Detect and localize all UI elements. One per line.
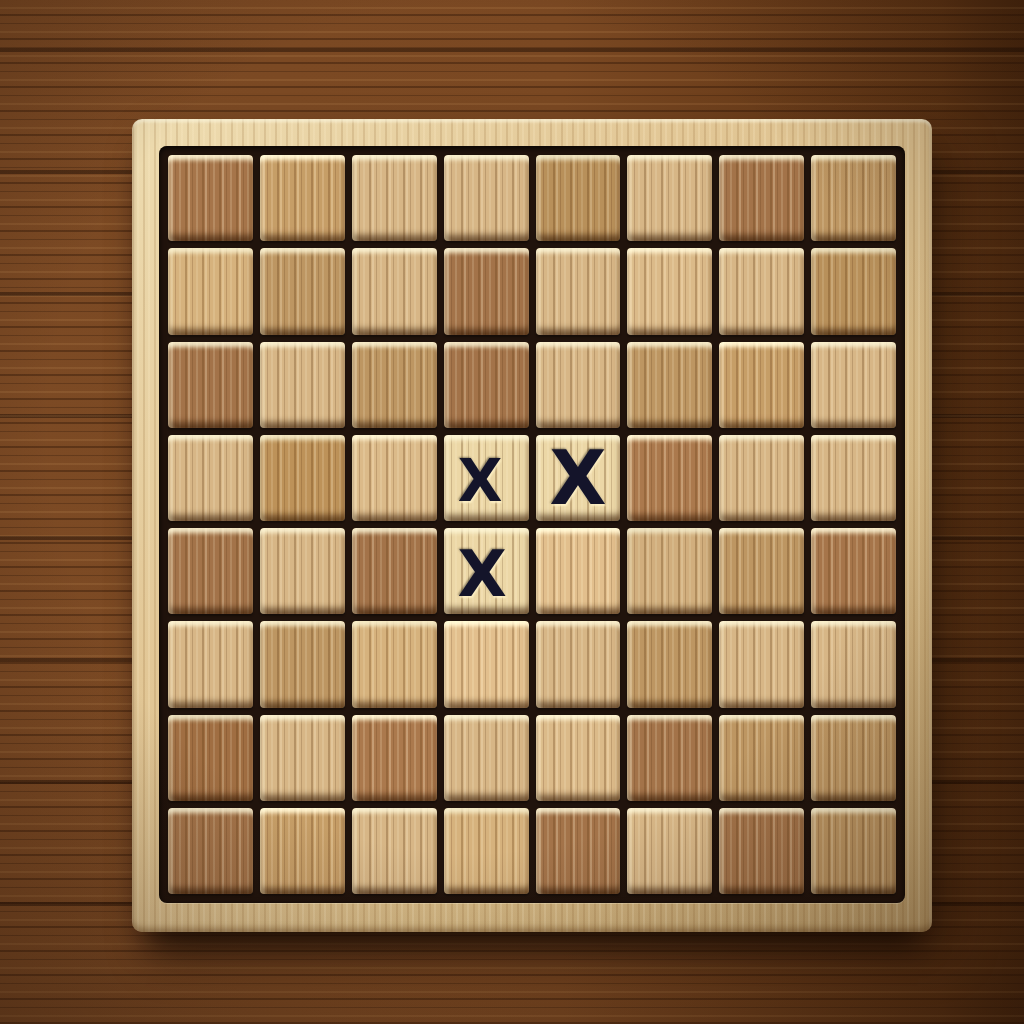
board-cell-r6c1[interactable] — [168, 621, 253, 707]
board-cell-r6c8[interactable] — [811, 621, 896, 707]
x-mark: X — [458, 452, 503, 510]
board-cell-r3c7[interactable] — [719, 342, 804, 428]
board-cell-r5c5[interactable] — [536, 528, 621, 614]
board-cell-r8c7[interactable] — [719, 808, 804, 894]
board-cell-r1c6[interactable] — [627, 155, 712, 241]
board-cell-r7c4[interactable] — [444, 715, 529, 801]
board-cell-r2c8[interactable] — [811, 248, 896, 334]
board-cell-r8c2[interactable] — [260, 808, 345, 894]
board-cell-r5c7[interactable] — [719, 528, 804, 614]
x-mark: X — [457, 542, 506, 606]
board-cell-r7c1[interactable] — [168, 715, 253, 801]
board-cell-r6c4[interactable] — [444, 621, 529, 707]
board-cell-r1c5[interactable] — [536, 155, 621, 241]
board-cell-r1c4[interactable] — [444, 155, 529, 241]
board-cell-r4c7[interactable] — [719, 435, 804, 521]
board-cell-r1c1[interactable] — [168, 155, 253, 241]
board-cell-r5c3[interactable] — [352, 528, 437, 614]
board-cell-r1c2[interactable] — [260, 155, 345, 241]
board-cell-r3c1[interactable] — [168, 342, 253, 428]
table-background: { "game": "tic-tac-toe style X-mark game… — [0, 0, 1024, 1024]
board-cell-r2c5[interactable] — [536, 248, 621, 334]
board-cell-r3c3[interactable] — [352, 342, 437, 428]
board-cell-r4c5[interactable]: X — [536, 435, 621, 521]
board-cell-r4c6[interactable] — [627, 435, 712, 521]
board-cell-r1c7[interactable] — [719, 155, 804, 241]
board-cell-r7c3[interactable] — [352, 715, 437, 801]
board-cell-r3c4[interactable] — [444, 342, 529, 428]
board-cell-r8c3[interactable] — [352, 808, 437, 894]
board-cell-r6c7[interactable] — [719, 621, 804, 707]
board-cell-r2c7[interactable] — [719, 248, 804, 334]
board-cell-r6c5[interactable] — [536, 621, 621, 707]
board-cell-r2c6[interactable] — [627, 248, 712, 334]
board-cell-r1c3[interactable] — [352, 155, 437, 241]
board-cell-r4c3[interactable] — [352, 435, 437, 521]
board-cell-r4c1[interactable] — [168, 435, 253, 521]
board-cell-r8c1[interactable] — [168, 808, 253, 894]
board-cell-r7c8[interactable] — [811, 715, 896, 801]
board-cell-r3c6[interactable] — [627, 342, 712, 428]
board-cell-r7c2[interactable] — [260, 715, 345, 801]
x-mark: X — [549, 441, 606, 515]
board-cell-r6c2[interactable] — [260, 621, 345, 707]
board-cell-r2c3[interactable] — [352, 248, 437, 334]
board-cell-r8c5[interactable] — [536, 808, 621, 894]
board-cell-r8c4[interactable] — [444, 808, 529, 894]
board-cell-r2c2[interactable] — [260, 248, 345, 334]
board-frame: XXX — [132, 119, 932, 932]
board-cell-r7c5[interactable] — [536, 715, 621, 801]
board-cell-r5c8[interactable] — [811, 528, 896, 614]
board-cell-r5c4[interactable]: X — [444, 528, 529, 614]
board-cell-r2c1[interactable] — [168, 248, 253, 334]
board-cell-r8c6[interactable] — [627, 808, 712, 894]
board-cell-r4c4[interactable]: X — [444, 435, 529, 521]
board-cell-r7c6[interactable] — [627, 715, 712, 801]
board-cell-r5c1[interactable] — [168, 528, 253, 614]
board-cell-r3c8[interactable] — [811, 342, 896, 428]
board-cell-r4c2[interactable] — [260, 435, 345, 521]
board-cell-r3c2[interactable] — [260, 342, 345, 428]
board-cell-r3c5[interactable] — [536, 342, 621, 428]
board-cell-r6c3[interactable] — [352, 621, 437, 707]
board-cell-r1c8[interactable] — [811, 155, 896, 241]
board-cell-r8c8[interactable] — [811, 808, 896, 894]
board-cell-r7c7[interactable] — [719, 715, 804, 801]
board-cell-r6c6[interactable] — [627, 621, 712, 707]
board-cell-r4c8[interactable] — [811, 435, 896, 521]
board-cell-r5c2[interactable] — [260, 528, 345, 614]
board-cell-r5c6[interactable] — [627, 528, 712, 614]
board-grid: XXX — [159, 146, 905, 903]
board-cell-r2c4[interactable] — [444, 248, 529, 334]
